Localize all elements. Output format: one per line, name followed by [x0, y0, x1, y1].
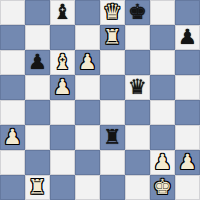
square-a2[interactable] [0, 150, 25, 175]
square-e2[interactable] [100, 150, 125, 175]
piece-white-king-g1[interactable]: ♚ [153, 175, 172, 200]
square-d3[interactable] [75, 125, 100, 150]
piece-white-queen-e8[interactable]: ♛ [103, 0, 122, 25]
square-d2[interactable] [75, 150, 100, 175]
square-d1[interactable] [75, 175, 100, 200]
square-a3[interactable]: ♟ [0, 125, 25, 150]
square-f6[interactable] [125, 50, 150, 75]
square-g2[interactable]: ♟ [150, 150, 175, 175]
square-h5[interactable] [175, 75, 200, 100]
square-f7[interactable] [125, 25, 150, 50]
square-h4[interactable] [175, 100, 200, 125]
square-d6[interactable]: ♟ [75, 50, 100, 75]
square-g8[interactable] [150, 0, 175, 25]
square-f4[interactable] [125, 100, 150, 125]
square-f3[interactable] [125, 125, 150, 150]
square-g3[interactable] [150, 125, 175, 150]
square-g4[interactable] [150, 100, 175, 125]
square-f2[interactable] [125, 150, 150, 175]
square-c1[interactable] [50, 175, 75, 200]
square-e6[interactable] [100, 50, 125, 75]
square-e1[interactable] [100, 175, 125, 200]
square-e7[interactable]: ♜ [100, 25, 125, 50]
piece-black-queen-f5[interactable]: ♛ [128, 75, 147, 100]
square-e4[interactable] [100, 100, 125, 125]
square-d7[interactable] [75, 25, 100, 50]
square-c6[interactable]: ♝ [50, 50, 75, 75]
square-a6[interactable] [0, 50, 25, 75]
piece-black-pawn-b6[interactable]: ♟ [28, 50, 47, 75]
piece-black-rook-e3[interactable]: ♜ [103, 125, 122, 150]
square-f1[interactable] [125, 175, 150, 200]
square-c4[interactable] [50, 100, 75, 125]
square-c3[interactable] [50, 125, 75, 150]
chess-board: ♝♛♚♜♟♟♝♟♟♛♟♜♟♟♜♚ [0, 0, 200, 200]
square-h7[interactable]: ♟ [175, 25, 200, 50]
piece-white-pawn-d6[interactable]: ♟ [78, 50, 97, 75]
square-b1[interactable]: ♜ [25, 175, 50, 200]
piece-black-pawn-h7[interactable]: ♟ [178, 25, 197, 50]
square-a7[interactable] [0, 25, 25, 50]
square-g7[interactable] [150, 25, 175, 50]
piece-black-bishop-c8[interactable]: ♝ [53, 0, 72, 25]
square-a4[interactable] [0, 100, 25, 125]
square-g1[interactable]: ♚ [150, 175, 175, 200]
square-h2[interactable]: ♟ [175, 150, 200, 175]
square-b3[interactable] [25, 125, 50, 150]
piece-black-king-f8[interactable]: ♚ [128, 0, 147, 25]
square-g5[interactable] [150, 75, 175, 100]
piece-white-pawn-h2[interactable]: ♟ [178, 150, 197, 175]
square-b5[interactable] [25, 75, 50, 100]
piece-white-bishop-c6[interactable]: ♝ [53, 50, 72, 75]
square-d4[interactable] [75, 100, 100, 125]
square-h8[interactable] [175, 0, 200, 25]
piece-white-pawn-g2[interactable]: ♟ [153, 150, 172, 175]
square-c5[interactable]: ♟ [50, 75, 75, 100]
square-a8[interactable] [0, 0, 25, 25]
square-b2[interactable] [25, 150, 50, 175]
piece-white-pawn-c5[interactable]: ♟ [53, 75, 72, 100]
square-h1[interactable] [175, 175, 200, 200]
piece-white-rook-b1[interactable]: ♜ [28, 175, 47, 200]
square-a1[interactable] [0, 175, 25, 200]
square-c7[interactable] [50, 25, 75, 50]
square-d5[interactable] [75, 75, 100, 100]
square-e5[interactable] [100, 75, 125, 100]
square-d8[interactable] [75, 0, 100, 25]
square-e3[interactable]: ♜ [100, 125, 125, 150]
square-e8[interactable]: ♛ [100, 0, 125, 25]
square-f8[interactable]: ♚ [125, 0, 150, 25]
square-b7[interactable] [25, 25, 50, 50]
square-h3[interactable] [175, 125, 200, 150]
square-c2[interactable] [50, 150, 75, 175]
square-b4[interactable] [25, 100, 50, 125]
square-f5[interactable]: ♛ [125, 75, 150, 100]
square-h6[interactable] [175, 50, 200, 75]
square-g6[interactable] [150, 50, 175, 75]
square-c8[interactable]: ♝ [50, 0, 75, 25]
square-b6[interactable]: ♟ [25, 50, 50, 75]
square-b8[interactable] [25, 0, 50, 25]
piece-white-pawn-a3[interactable]: ♟ [3, 125, 22, 150]
square-a5[interactable] [0, 75, 25, 100]
piece-white-rook-e7[interactable]: ♜ [103, 25, 122, 50]
